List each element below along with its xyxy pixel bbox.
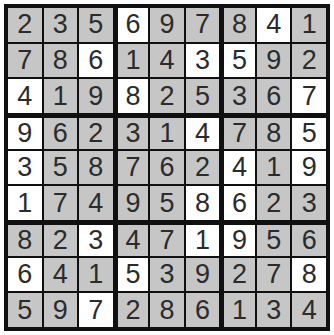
- cell-r1c7[interactable]: 8: [221, 8, 255, 42]
- cell-r8c2[interactable]: 4: [44, 258, 78, 292]
- cell-r6c1[interactable]: 1: [8, 186, 42, 220]
- cell-r2c2[interactable]: 8: [44, 44, 78, 78]
- cell-r4c4[interactable]: 3: [115, 115, 149, 149]
- cell-r3c3[interactable]: 9: [79, 79, 113, 113]
- cell-r9c2[interactable]: 9: [44, 293, 78, 327]
- cell-r8c8[interactable]: 7: [257, 258, 291, 292]
- cell-r2c4[interactable]: 1: [115, 44, 149, 78]
- cell-r9c9[interactable]: 4: [292, 293, 326, 327]
- cell-r8c9[interactable]: 8: [292, 258, 326, 292]
- sudoku-board: 2356978417861435924198253679623147853587…: [4, 4, 330, 331]
- cell-r3c8[interactable]: 6: [257, 79, 291, 113]
- cell-r8c1[interactable]: 6: [8, 258, 42, 292]
- cell-r2c5[interactable]: 4: [150, 44, 184, 78]
- cell-r8c5[interactable]: 3: [150, 258, 184, 292]
- cell-r6c8[interactable]: 2: [257, 186, 291, 220]
- cell-r1c6[interactable]: 7: [186, 8, 220, 42]
- cell-r7c6[interactable]: 1: [186, 222, 220, 256]
- cell-r8c6[interactable]: 9: [186, 258, 220, 292]
- cell-r3c5[interactable]: 2: [150, 79, 184, 113]
- cell-r1c2[interactable]: 3: [44, 8, 78, 42]
- cell-r9c4[interactable]: 2: [115, 293, 149, 327]
- cell-r7c4[interactable]: 4: [115, 222, 149, 256]
- cell-r5c1[interactable]: 3: [8, 151, 42, 185]
- cell-r7c3[interactable]: 3: [79, 222, 113, 256]
- cell-r4c8[interactable]: 8: [257, 115, 291, 149]
- cell-r6c5[interactable]: 5: [150, 186, 184, 220]
- cell-r9c8[interactable]: 3: [257, 293, 291, 327]
- cell-r5c9[interactable]: 9: [292, 151, 326, 185]
- cell-r5c8[interactable]: 1: [257, 151, 291, 185]
- cell-r4c1[interactable]: 9: [8, 115, 42, 149]
- cell-r6c6[interactable]: 8: [186, 186, 220, 220]
- cell-r6c7[interactable]: 6: [221, 186, 255, 220]
- cell-r7c7[interactable]: 9: [221, 222, 255, 256]
- cell-r1c5[interactable]: 9: [150, 8, 184, 42]
- cell-r8c3[interactable]: 1: [79, 258, 113, 292]
- cell-r5c2[interactable]: 5: [44, 151, 78, 185]
- cell-r4c3[interactable]: 2: [79, 115, 113, 149]
- cell-r6c4[interactable]: 9: [115, 186, 149, 220]
- sudoku-page: 2356978417861435924198253679623147853587…: [0, 0, 334, 335]
- cell-r2c9[interactable]: 2: [292, 44, 326, 78]
- cell-r9c6[interactable]: 6: [186, 293, 220, 327]
- cell-r4c7[interactable]: 7: [221, 115, 255, 149]
- cell-r1c1[interactable]: 2: [8, 8, 42, 42]
- cell-r7c5[interactable]: 7: [150, 222, 184, 256]
- cell-r2c6[interactable]: 3: [186, 44, 220, 78]
- cell-r5c6[interactable]: 2: [186, 151, 220, 185]
- cell-r1c8[interactable]: 4: [257, 8, 291, 42]
- cell-r6c3[interactable]: 4: [79, 186, 113, 220]
- cell-r3c2[interactable]: 1: [44, 79, 78, 113]
- cell-r7c8[interactable]: 5: [257, 222, 291, 256]
- cell-r5c7[interactable]: 4: [221, 151, 255, 185]
- cell-r4c5[interactable]: 1: [150, 115, 184, 149]
- cell-r3c9[interactable]: 7: [292, 79, 326, 113]
- cell-r6c9[interactable]: 3: [292, 186, 326, 220]
- cell-r7c9[interactable]: 6: [292, 222, 326, 256]
- cell-r8c4[interactable]: 5: [115, 258, 149, 292]
- cell-r3c7[interactable]: 3: [221, 79, 255, 113]
- cell-r8c7[interactable]: 2: [221, 258, 255, 292]
- cell-r2c3[interactable]: 6: [79, 44, 113, 78]
- cell-r5c5[interactable]: 6: [150, 151, 184, 185]
- cell-r2c8[interactable]: 9: [257, 44, 291, 78]
- cell-r3c6[interactable]: 5: [186, 79, 220, 113]
- cell-r2c1[interactable]: 7: [8, 44, 42, 78]
- cell-r7c2[interactable]: 2: [44, 222, 78, 256]
- cell-r3c4[interactable]: 8: [115, 79, 149, 113]
- cell-r6c2[interactable]: 7: [44, 186, 78, 220]
- cell-r9c3[interactable]: 7: [79, 293, 113, 327]
- cell-r2c7[interactable]: 5: [221, 44, 255, 78]
- cell-r1c9[interactable]: 1: [292, 8, 326, 42]
- cell-r9c5[interactable]: 8: [150, 293, 184, 327]
- cell-r5c3[interactable]: 8: [79, 151, 113, 185]
- cell-r4c2[interactable]: 6: [44, 115, 78, 149]
- cell-r1c3[interactable]: 5: [79, 8, 113, 42]
- cell-r5c4[interactable]: 7: [115, 151, 149, 185]
- cell-r9c7[interactable]: 1: [221, 293, 255, 327]
- cell-r9c1[interactable]: 5: [8, 293, 42, 327]
- cell-r1c4[interactable]: 6: [115, 8, 149, 42]
- cell-r3c1[interactable]: 4: [8, 79, 42, 113]
- cell-r4c9[interactable]: 5: [292, 115, 326, 149]
- cell-r4c6[interactable]: 4: [186, 115, 220, 149]
- cell-r7c1[interactable]: 8: [8, 222, 42, 256]
